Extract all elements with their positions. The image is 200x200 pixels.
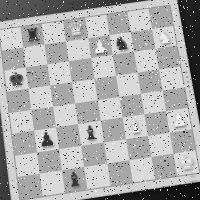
square-b1[interactable] xyxy=(40,171,65,196)
board-grid: ♜♛♟♞♞♚♟♝♝♟♝♚ xyxy=(0,6,199,200)
crown-emblem-icon: ♔ xyxy=(185,171,200,182)
chess-board: ♜♛♟♞♞♚♟♝♝♟♝♚ ♔ xyxy=(0,0,200,200)
square-c1[interactable]: ♝ xyxy=(62,167,87,192)
white-knight-h7[interactable]: ♞ xyxy=(152,26,177,49)
black-bishop-c1[interactable]: ♝ xyxy=(62,167,87,192)
square-d1[interactable] xyxy=(85,164,111,189)
black-pawn-b3[interactable]: ♟ xyxy=(34,127,59,151)
white-pawn-h3[interactable]: ♟ xyxy=(166,108,191,132)
black-rook-b8[interactable]: ♜ xyxy=(21,24,45,47)
photo-scene: ♜♛♟♞♞♚♟♝♝♟♝♚ ♔ xyxy=(0,0,200,200)
black-knight-f7[interactable]: ♞ xyxy=(109,32,134,55)
white-queen-d8[interactable]: ♛ xyxy=(63,18,87,41)
black-king-a6[interactable]: ♚ xyxy=(4,68,28,91)
emblem-text-smudge xyxy=(190,180,198,182)
square-a1[interactable] xyxy=(17,174,42,200)
crown-emblem-glyph: ♔ xyxy=(189,171,197,180)
white-pawn-e7[interactable]: ♟ xyxy=(88,35,113,58)
black-bishop-d3[interactable]: ♝ xyxy=(78,121,103,145)
frame-side-marks xyxy=(185,72,191,97)
board-frame: ♜♛♟♞♞♚♟♝♝♟♝♚ ♔ xyxy=(0,0,200,200)
